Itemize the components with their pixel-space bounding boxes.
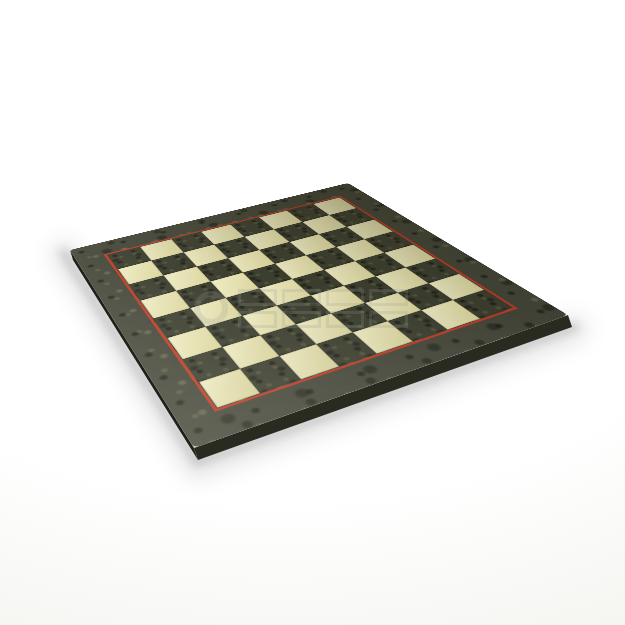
product-photo bbox=[0, 0, 625, 625]
